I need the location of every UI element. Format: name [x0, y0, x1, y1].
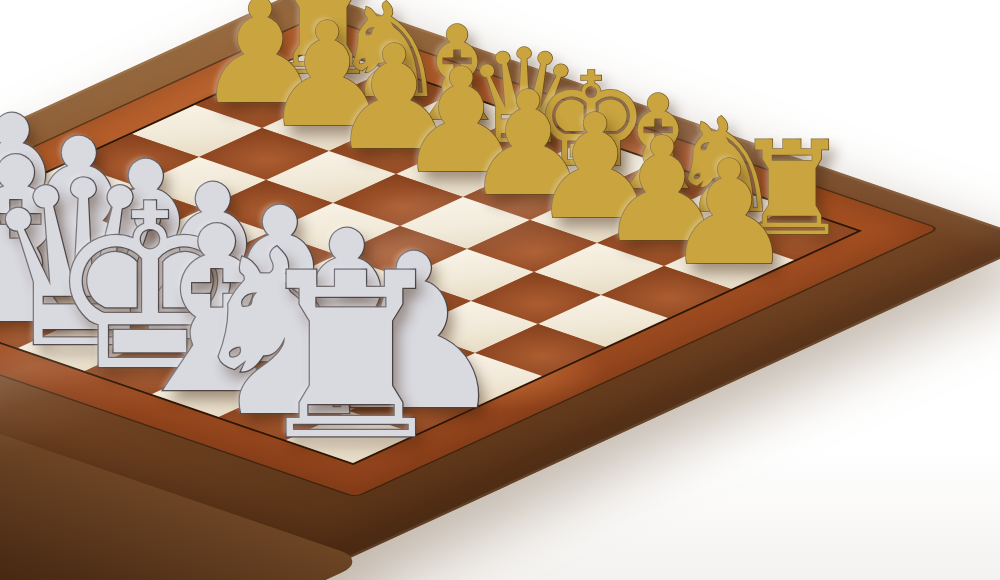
piece-gold-pawn-h7[interactable]: ♟: [664, 141, 793, 285]
piece-silver-rook-h1[interactable]: ♜: [249, 243, 453, 471]
pieces-layer: ♜♞♝♛♚♝♞♜♟♟♟♟♟♟♟♟♟♟♟♟♟♟♟♟♜♞♝♛♚♝♞♜: [0, 0, 1000, 580]
studio-backdrop: ♜♞♝♛♚♝♞♜♟♟♟♟♟♟♟♟♟♟♟♟♟♟♟♟♜♞♝♛♚♝♞♜: [0, 0, 1000, 580]
